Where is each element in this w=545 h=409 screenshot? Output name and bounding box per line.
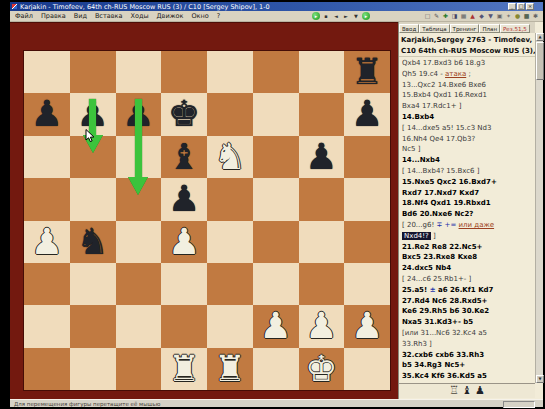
tab-result[interactable]: Рез.51,5 xyxy=(500,24,530,33)
game-header-players: Karjakin,Sergey 2763 - Timofeev, xyxy=(401,35,534,46)
square-a8[interactable] xyxy=(24,51,70,93)
game-header-event: C10 64th ch-RUS Moscow RUS (3), xyxy=(401,46,534,57)
square-c3[interactable] xyxy=(116,263,162,305)
annotation-link[interactable]: атака xyxy=(445,70,466,78)
square-h8[interactable]: ♜ xyxy=(344,51,390,93)
notation-line-18[interactable]: 21.Re2 Re8 22.Nc5+ xyxy=(402,242,535,253)
square-e2[interactable] xyxy=(207,305,253,347)
square-d6[interactable]: ♝ xyxy=(161,136,207,178)
move-text: Qh5 19.c4 - xyxy=(402,70,445,78)
notation-line-20[interactable]: 24.dxc5 Nb4 xyxy=(402,263,535,274)
notation-line-13[interactable]: Rxd7 17.Nxd7 Kxd7 xyxy=(402,188,535,199)
square-e1[interactable]: ♜ xyxy=(207,348,253,390)
square-d4[interactable]: ♟ xyxy=(161,221,207,263)
white-piece-d4: ♟ xyxy=(161,221,207,263)
square-h5[interactable] xyxy=(344,178,390,220)
arrow-down-icon[interactable]: ▼ xyxy=(487,11,494,20)
window-title: Karjakin - Timofeev, 64th ch-RUS Moscow … xyxy=(20,3,270,11)
square-g8[interactable] xyxy=(299,51,345,93)
status-bar: Для перемещения фигуры перетащите её мыш… xyxy=(10,399,543,407)
square-f7[interactable] xyxy=(253,93,299,135)
chess-board[interactable]: ♜♟♟♟♚♟♝♞♟♟♟♞♟♟♟♟♜♜♚ xyxy=(24,51,390,390)
menu-item-ходы[interactable]: Ходы xyxy=(130,12,148,20)
square-h2[interactable]: ♟ xyxy=(344,305,390,347)
menu-item-файл[interactable]: Файл xyxy=(15,12,33,20)
square-a5[interactable] xyxy=(24,178,70,220)
arrow-shaft-c7-c5 xyxy=(135,99,142,178)
white-piece-d1: ♜ xyxy=(161,348,207,390)
notation-line-4[interactable]: 15.Bxb4 Qxd1 16.Rexd1 xyxy=(402,90,535,101)
square-g2[interactable]: ♟ xyxy=(299,305,345,347)
material-balance-bar: ♖♝♟ xyxy=(399,383,535,398)
tab-ввод[interactable]: Ввод xyxy=(399,24,419,33)
notation-line-19[interactable]: Bxc5 23.Rxe8 Kxe8 xyxy=(402,252,535,263)
square-a2[interactable] xyxy=(24,305,70,347)
square-h7[interactable]: ♟ xyxy=(344,93,390,135)
tab-тренинг[interactable]: Тренинг xyxy=(450,24,480,33)
notation-line-9[interactable]: Nc5 ] xyxy=(402,144,535,155)
status-panel xyxy=(503,401,535,408)
menu-item-вставка[interactable]: Вставка xyxy=(95,12,123,20)
square-e3[interactable] xyxy=(207,263,253,305)
square-h1[interactable] xyxy=(344,348,390,390)
tab-таблица[interactable]: Таблица xyxy=(419,24,449,33)
square-e8[interactable] xyxy=(207,51,253,93)
copy-icon[interactable]: ▣ xyxy=(496,11,503,20)
maximize-button[interactable]: □ xyxy=(517,3,525,10)
square-d7[interactable]: ♚ xyxy=(161,93,207,135)
black-piece-h7: ♟ xyxy=(344,93,390,135)
menu-item-движок[interactable]: Движок xyxy=(157,12,184,20)
square-f1[interactable] xyxy=(253,348,299,390)
mouse-cursor-icon xyxy=(85,128,97,147)
help-icon[interactable]: ✱ xyxy=(532,11,539,20)
white-piece-a4: ♟ xyxy=(24,221,70,263)
square-e5[interactable] xyxy=(207,178,253,220)
menu-item-правка[interactable]: Правка xyxy=(41,12,66,20)
engine-icon[interactable]: ● xyxy=(514,11,521,20)
square-e4[interactable] xyxy=(207,221,253,263)
playback-button-2[interactable]: ◄ xyxy=(332,12,340,20)
white-piece-e1: ♜ xyxy=(207,348,253,390)
move-text: 25.a5! xyxy=(402,286,430,294)
square-e6[interactable]: ♞ xyxy=(207,136,253,178)
square-g5[interactable] xyxy=(299,178,345,220)
square-g6[interactable]: ♟ xyxy=(299,136,345,178)
notation-line-3[interactable]: 13...Qxc2 14.Bxe6 Bxe6 xyxy=(402,80,535,91)
white-piece-f2: ♟ xyxy=(253,305,299,347)
square-b3[interactable] xyxy=(70,263,116,305)
square-f6[interactable] xyxy=(253,136,299,178)
playback-controls: ▸▪◄►▼▸ xyxy=(312,12,370,20)
playback-button-3[interactable]: ► xyxy=(342,12,350,20)
arrow-up-icon[interactable]: ◆ xyxy=(478,11,485,20)
square-a1[interactable] xyxy=(24,348,70,390)
notation-line-10[interactable]: 14...Nxb4 xyxy=(402,155,535,166)
move-list: Qxb4 17.Bxd3 b6 18.g3Qh5 19.c4 - атака ;… xyxy=(399,58,535,383)
pin-icon[interactable]: ✦ xyxy=(505,11,512,20)
minimize-button[interactable]: _ xyxy=(508,3,516,10)
square-f3[interactable] xyxy=(253,263,299,305)
square-c8[interactable] xyxy=(116,51,162,93)
current-move-highlight[interactable]: Nxd4!? xyxy=(402,232,431,240)
playback-button-5[interactable]: ▸ xyxy=(362,12,370,20)
add-icon[interactable]: ✚ xyxy=(442,11,449,20)
square-a3[interactable] xyxy=(24,263,70,305)
save-icon[interactable]: ◨ xyxy=(451,11,458,20)
move-text: ; xyxy=(466,70,471,78)
notation-line-29[interactable]: b5 34.Rg3 Nc5+ xyxy=(402,360,535,371)
notation-line-8[interactable]: 16.Nh4 Qe4 17.Qb3? xyxy=(402,134,535,145)
square-d5[interactable]: ♟ xyxy=(161,178,207,220)
square-c1[interactable] xyxy=(116,348,162,390)
square-a6[interactable] xyxy=(24,136,70,178)
move-text: ] xyxy=(431,232,436,240)
square-g4[interactable] xyxy=(299,221,345,263)
game-header: Karjakin,Sergey 2763 - Timofeev, C10 64t… xyxy=(399,34,536,57)
notation-line-17[interactable]: Nxd4!? ] xyxy=(402,231,535,242)
square-e7[interactable] xyxy=(207,93,253,135)
square-b8[interactable] xyxy=(70,51,116,93)
notation-line-16[interactable]: [ 20...g6! ∓ += или даже xyxy=(402,220,535,231)
notation-line-14[interactable]: 18.Nf4 Qxd1 19.Rbxd1 xyxy=(402,198,535,209)
black-piece-h8: ♜ xyxy=(344,51,390,93)
notation-line-28[interactable]: 32.cxb6 cxb6 33.Rh3 xyxy=(402,350,535,361)
notation-line-25[interactable]: Nxa5 31.Kd3+- b5 xyxy=(402,317,535,328)
book-icon[interactable]: ■ xyxy=(523,11,530,20)
black-piece-g6: ♟ xyxy=(299,136,345,178)
scroll-up-icon[interactable]: ▲ xyxy=(536,33,544,41)
notation-line-24[interactable]: Ke6 29.Rh5 b6 30.Ke2 xyxy=(402,306,535,317)
status-text: Для перемещения фигуры перетащите её мыш… xyxy=(14,401,160,407)
white-piece-g1: ♚ xyxy=(299,348,345,390)
black-piece-d6: ♝ xyxy=(161,136,207,178)
move-text: [ 20...g6! xyxy=(402,221,436,229)
square-b5[interactable] xyxy=(70,178,116,220)
title-bar[interactable]: Karjakin - Timofeev, 64th ch-RUS Moscow … xyxy=(10,2,543,11)
black-bishop-material: ♝ xyxy=(462,385,472,397)
notation-line-6[interactable]: 14.Bxb4 xyxy=(402,112,535,123)
square-f5[interactable] xyxy=(253,178,299,220)
square-d1[interactable]: ♜ xyxy=(161,348,207,390)
square-b2[interactable] xyxy=(70,305,116,347)
close-button[interactable]: × xyxy=(526,3,534,10)
square-c4[interactable] xyxy=(116,221,162,263)
window-buttons: _□× xyxy=(508,3,534,10)
black-pawn-material: ♟ xyxy=(475,385,485,397)
black-piece-b4: ♞ xyxy=(70,221,116,263)
notation-tabs: ВводТаблицаТренингПланРез.51,5 xyxy=(399,22,535,33)
white-piece-g2: ♟ xyxy=(299,305,345,347)
black-piece-d5: ♟ xyxy=(161,178,207,220)
annotation-link[interactable]: или даже xyxy=(459,221,495,229)
edit-icon[interactable]: ✎ xyxy=(433,11,440,20)
notation-line-1[interactable]: Qxb4 17.Bxd3 b6 18.g3 xyxy=(402,58,535,69)
move-text: ∓ += xyxy=(436,221,456,229)
square-a4[interactable]: ♟ xyxy=(24,221,70,263)
notation-line-27[interactable]: 33.Rh3 ] xyxy=(402,339,535,350)
notation-line-30[interactable]: 35.Kc4 Kf6 36.Kd5 a5 xyxy=(402,371,535,382)
square-c2[interactable] xyxy=(116,305,162,347)
notation-line-2[interactable]: Qh5 19.c4 - атака ; xyxy=(402,69,535,80)
white-rook-material: ♖ xyxy=(449,385,459,397)
square-h3[interactable] xyxy=(344,263,390,305)
new-doc-icon[interactable]: □ xyxy=(424,11,431,20)
square-a7[interactable]: ♟ xyxy=(24,93,70,135)
arrow-head-c7-c5 xyxy=(128,177,148,195)
square-g7[interactable] xyxy=(299,93,345,135)
square-d8[interactable] xyxy=(161,51,207,93)
notation-line-26[interactable]: [или 31...Nc6 32.Kc4 a5 xyxy=(402,328,535,339)
square-g1[interactable]: ♚ xyxy=(299,348,345,390)
notation-line-12[interactable]: 15.Nxe5 Qxc2 16.Bxd7+ xyxy=(402,177,535,188)
notation-toolbar: □✎✚◨▦▲◆▼▣✦●■✱ xyxy=(424,11,539,20)
white-piece-e6: ♞ xyxy=(207,136,253,178)
notation-line-11[interactable]: [ 14...Bxb4? 15.Bxc6 ] xyxy=(402,166,535,177)
playback-button-1[interactable]: ▪ xyxy=(322,12,330,20)
board-icon[interactable]: ▦ xyxy=(460,11,467,20)
square-f2[interactable]: ♟ xyxy=(253,305,299,347)
notation-line-7[interactable]: [ 14...dxe5 a5! 15.c3 Nd3 xyxy=(402,123,535,134)
square-g3[interactable] xyxy=(299,263,345,305)
playback-button-4[interactable]: ▼ xyxy=(352,12,360,20)
square-f8[interactable] xyxy=(253,51,299,93)
tab-план[interactable]: План xyxy=(479,24,500,33)
black-piece-d7: ♚ xyxy=(161,93,207,135)
scroll-down-icon[interactable]: ▼ xyxy=(536,375,544,383)
menu-item-окно[interactable]: Окно xyxy=(191,12,208,20)
square-b1[interactable] xyxy=(70,348,116,390)
menu-item-вид[interactable]: Вид xyxy=(74,12,87,20)
notation-line-5[interactable]: Bxa4 17.Rdc1+ ] xyxy=(402,101,535,112)
application-window: Karjakin - Timofeev, 64th ch-RUS Moscow … xyxy=(0,0,545,409)
square-b4[interactable]: ♞ xyxy=(70,221,116,263)
black-piece-a7: ♟ xyxy=(24,93,70,135)
square-h4[interactable] xyxy=(344,221,390,263)
scroll-thumb[interactable] xyxy=(536,42,544,80)
flag-icon[interactable]: ▲ xyxy=(469,11,476,20)
square-d3[interactable] xyxy=(161,263,207,305)
app-icon xyxy=(12,4,17,9)
square-h6[interactable] xyxy=(344,136,390,178)
menu-item-?[interactable]: ? xyxy=(217,12,220,20)
square-f4[interactable] xyxy=(253,221,299,263)
notation-line-21[interactable]: [ 24...c6 25.Rb1+- ] xyxy=(402,274,535,285)
square-d2[interactable] xyxy=(161,305,207,347)
notation-scrollbar[interactable]: ▲ ▼ xyxy=(535,33,543,383)
move-text: a6 26.Kf1 Kd7 xyxy=(436,286,494,294)
notation-line-22[interactable]: 25.a5! ± a6 26.Kf1 Kd7 xyxy=(402,285,535,296)
playback-button-0[interactable]: ▸ xyxy=(312,12,320,20)
notation-line-15[interactable]: Bd6 20.Nxe6 Nc2? xyxy=(402,209,535,220)
white-piece-h2: ♟ xyxy=(344,305,390,347)
notation-line-23[interactable]: 27.Rd4 Nc6 28.Rxd5+ xyxy=(402,296,535,307)
